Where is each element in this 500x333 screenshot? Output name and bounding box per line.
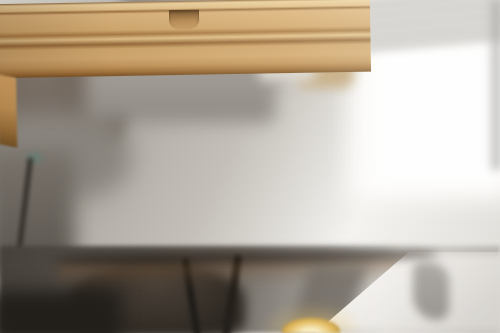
- box-left-face: [0, 74, 17, 148]
- chess-box: [0, 0, 500, 333]
- box-front-face: [0, 0, 371, 78]
- lid-finger-notch: [169, 10, 199, 30]
- photo-chessboard-on-glass-table: [0, 0, 500, 333]
